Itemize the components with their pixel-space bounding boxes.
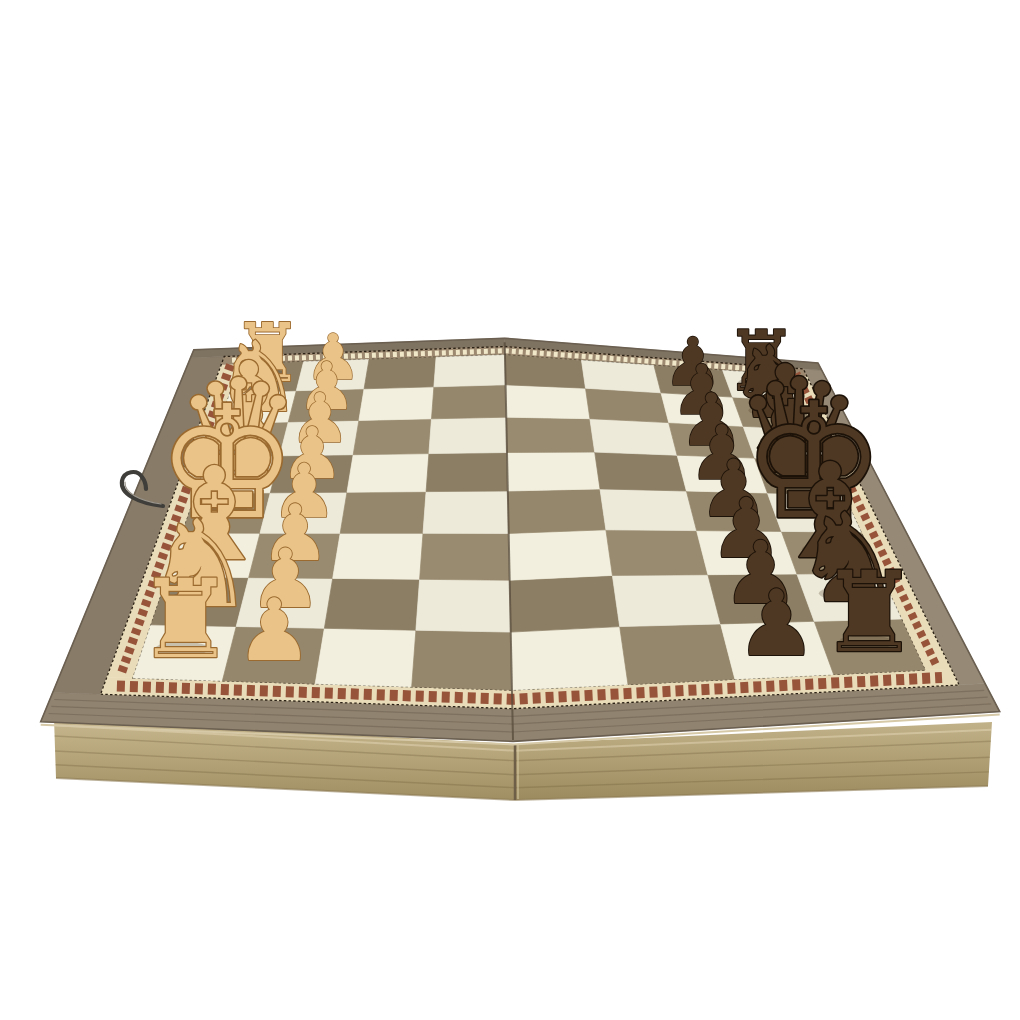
square-c5 [506,417,594,452]
square-e4 [423,491,509,533]
square-g4 [416,579,511,632]
square-h6 [620,624,735,685]
square-b6 [586,388,669,422]
square-h4 [412,630,512,690]
square-b5 [506,385,590,419]
square-e5 [508,489,606,534]
square-b4 [432,385,507,419]
square-c4 [429,417,507,453]
square-c3 [353,419,431,455]
chess-set-product-photo: Product photo of a folding wooden chess … [0,0,1020,1020]
square-g3 [324,578,419,630]
square-f5 [509,530,613,580]
square-h5 [511,627,628,690]
square-c6 [590,419,677,456]
black-rook-h8: ♜ [819,548,919,677]
square-a6 [582,360,662,392]
black-pawn-h7: ♟ [736,570,818,677]
square-e3 [340,492,426,534]
square-f6 [606,530,708,576]
square-a5 [505,355,586,388]
square-f3 [333,533,423,579]
square-b3 [359,387,434,421]
square-d5 [507,452,600,491]
square-a4 [434,355,506,387]
square-d3 [347,454,429,493]
square-d4 [426,453,508,492]
square-e6 [600,489,697,531]
square-d6 [595,452,687,491]
square-a3 [364,357,436,389]
white-pawn-h2: ♟ [236,580,313,680]
square-f4 [420,533,510,580]
square-h3 [315,628,416,687]
white-rook-h1: ♜ [137,556,235,683]
folding-chess-board: ♟♜♟♜♟♞♟♞♟♝♟♝♟♟♛♛♟♚♟♚♟♝♝♟♞♟♞♟♜♟♜♟ [0,0,1020,1020]
square-g6 [612,575,720,627]
square-g5 [510,575,620,632]
